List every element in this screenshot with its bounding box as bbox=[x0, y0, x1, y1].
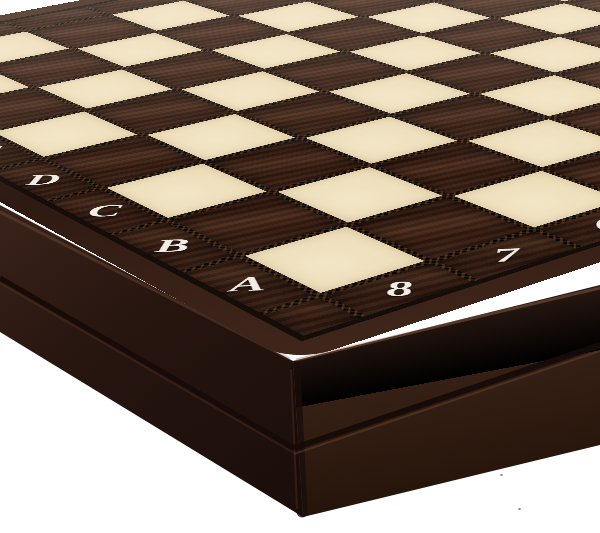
coordinate-label: D bbox=[0, 169, 102, 191]
coordinate-label: C bbox=[42, 199, 165, 223]
coordinate-label: B bbox=[107, 232, 235, 258]
camera-roll-wrapper: ABCDEFGH87654321 bbox=[0, 0, 600, 533]
coordinate-label: E bbox=[0, 141, 45, 161]
dust-speck bbox=[518, 508, 521, 510]
coordinate-label: 6 bbox=[567, 202, 600, 247]
chess-board: ABCDEFGH87654321 bbox=[0, 0, 600, 363]
coordinate-label: A bbox=[180, 270, 314, 299]
coordinate-label: 7 bbox=[469, 231, 547, 280]
chess-box-photo: ABCDEFGH87654321 bbox=[0, 0, 600, 533]
dust-speck bbox=[500, 474, 503, 476]
board-grid: ABCDEFGH87654321 bbox=[0, 0, 600, 341]
coordinate-label: 8 bbox=[363, 263, 438, 316]
perspective-container: ABCDEFGH87654321 bbox=[0, 0, 600, 533]
